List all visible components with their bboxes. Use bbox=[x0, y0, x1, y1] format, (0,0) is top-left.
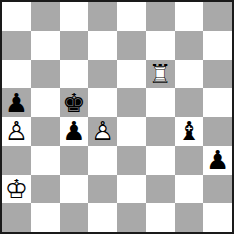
square-f4[interactable] bbox=[146, 117, 175, 146]
black-pawn-glyph: ♟ bbox=[2, 88, 31, 117]
square-c5[interactable]: ♚ bbox=[60, 88, 89, 117]
square-f3[interactable] bbox=[146, 146, 175, 175]
square-a3[interactable] bbox=[2, 146, 31, 175]
square-a7[interactable] bbox=[2, 31, 31, 60]
square-a4[interactable]: ♟♙ bbox=[2, 117, 31, 146]
square-h1[interactable] bbox=[203, 203, 232, 232]
square-c4[interactable]: ♟ bbox=[60, 117, 89, 146]
square-e4[interactable] bbox=[117, 117, 146, 146]
square-b2[interactable] bbox=[31, 175, 60, 204]
white-pawn-outline: ♙ bbox=[88, 117, 117, 146]
square-h7[interactable] bbox=[203, 31, 232, 60]
square-h5[interactable] bbox=[203, 88, 232, 117]
black-pawn-glyph: ♟ bbox=[60, 117, 89, 146]
square-f1[interactable] bbox=[146, 203, 175, 232]
square-g7[interactable] bbox=[175, 31, 204, 60]
square-d6[interactable] bbox=[88, 60, 117, 89]
white-king: ♚♔ bbox=[2, 175, 31, 204]
square-b8[interactable] bbox=[31, 2, 60, 31]
square-g4[interactable]: ♝ bbox=[175, 117, 204, 146]
black-pawn: ♟ bbox=[60, 117, 89, 146]
white-rook: ♜♖ bbox=[146, 60, 175, 89]
white-pawn: ♟♙ bbox=[2, 117, 31, 146]
square-e7[interactable] bbox=[117, 31, 146, 60]
chess-board: ♜♖♟♚♟♙♟♟♙♝♟♚♔ bbox=[0, 0, 234, 234]
black-king-glyph: ♚ bbox=[60, 88, 89, 117]
white-rook-outline: ♖ bbox=[146, 60, 175, 89]
black-bishop-glyph: ♝ bbox=[175, 117, 204, 146]
square-e2[interactable] bbox=[117, 175, 146, 204]
square-c6[interactable] bbox=[60, 60, 89, 89]
square-b3[interactable] bbox=[31, 146, 60, 175]
square-d7[interactable] bbox=[88, 31, 117, 60]
black-king: ♚ bbox=[60, 88, 89, 117]
square-e1[interactable] bbox=[117, 203, 146, 232]
square-d4[interactable]: ♟♙ bbox=[88, 117, 117, 146]
square-d1[interactable] bbox=[88, 203, 117, 232]
square-b7[interactable] bbox=[31, 31, 60, 60]
square-e3[interactable] bbox=[117, 146, 146, 175]
square-c2[interactable] bbox=[60, 175, 89, 204]
black-pawn: ♟ bbox=[203, 146, 232, 175]
square-g6[interactable] bbox=[175, 60, 204, 89]
square-g8[interactable] bbox=[175, 2, 204, 31]
white-king-outline: ♔ bbox=[2, 175, 31, 204]
square-c7[interactable] bbox=[60, 31, 89, 60]
square-f5[interactable] bbox=[146, 88, 175, 117]
square-a1[interactable] bbox=[2, 203, 31, 232]
black-pawn: ♟ bbox=[2, 88, 31, 117]
square-d8[interactable] bbox=[88, 2, 117, 31]
square-a2[interactable]: ♚♔ bbox=[2, 175, 31, 204]
black-bishop: ♝ bbox=[175, 117, 204, 146]
square-b6[interactable] bbox=[31, 60, 60, 89]
square-a5[interactable]: ♟ bbox=[2, 88, 31, 117]
square-g3[interactable] bbox=[175, 146, 204, 175]
square-a8[interactable] bbox=[2, 2, 31, 31]
square-h2[interactable] bbox=[203, 175, 232, 204]
white-pawn: ♟♙ bbox=[88, 117, 117, 146]
square-c3[interactable] bbox=[60, 146, 89, 175]
square-g5[interactable] bbox=[175, 88, 204, 117]
square-b4[interactable] bbox=[31, 117, 60, 146]
square-f2[interactable] bbox=[146, 175, 175, 204]
square-h3[interactable]: ♟ bbox=[203, 146, 232, 175]
square-f7[interactable] bbox=[146, 31, 175, 60]
square-b1[interactable] bbox=[31, 203, 60, 232]
square-g1[interactable] bbox=[175, 203, 204, 232]
square-d2[interactable] bbox=[88, 175, 117, 204]
square-a6[interactable] bbox=[2, 60, 31, 89]
square-h6[interactable] bbox=[203, 60, 232, 89]
square-e6[interactable] bbox=[117, 60, 146, 89]
square-f6[interactable]: ♜♖ bbox=[146, 60, 175, 89]
square-e8[interactable] bbox=[117, 2, 146, 31]
square-h4[interactable] bbox=[203, 117, 232, 146]
square-c8[interactable] bbox=[60, 2, 89, 31]
white-pawn-outline: ♙ bbox=[2, 117, 31, 146]
square-g2[interactable] bbox=[175, 175, 204, 204]
square-e5[interactable] bbox=[117, 88, 146, 117]
square-d3[interactable] bbox=[88, 146, 117, 175]
square-b5[interactable] bbox=[31, 88, 60, 117]
square-d5[interactable] bbox=[88, 88, 117, 117]
square-c1[interactable] bbox=[60, 203, 89, 232]
square-f8[interactable] bbox=[146, 2, 175, 31]
square-h8[interactable] bbox=[203, 2, 232, 31]
black-pawn-glyph: ♟ bbox=[203, 146, 232, 175]
